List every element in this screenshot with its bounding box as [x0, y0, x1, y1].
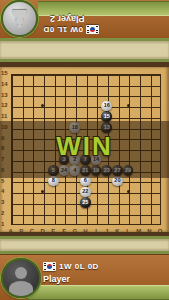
intersection-B14[interactable] — [16, 79, 27, 90]
player-bar-bottom — [28, 285, 169, 300]
win-text: WIN — [0, 131, 169, 162]
intersection-I3[interactable] — [91, 197, 102, 208]
intersection-I14[interactable] — [91, 79, 102, 90]
intersection-L13[interactable] — [123, 90, 134, 101]
intersection-D13[interactable] — [37, 90, 48, 101]
beige-strip-top — [0, 41, 169, 59]
intersection-H14[interactable] — [80, 79, 91, 90]
stone-white-22: 22 — [80, 187, 91, 198]
stone-white-16: 16 — [101, 101, 112, 112]
intersection-F14[interactable] — [59, 79, 70, 90]
intersection-O13[interactable] — [155, 90, 166, 101]
intersection-D15[interactable] — [37, 68, 48, 79]
intersection-J4[interactable] — [101, 186, 112, 197]
intersection-B3[interactable] — [16, 197, 27, 208]
intersection-C14[interactable] — [27, 79, 38, 90]
intersection-J15[interactable] — [101, 68, 112, 79]
intersection-G3[interactable] — [69, 197, 80, 208]
intersection-M12[interactable] — [133, 100, 144, 111]
intersection-K12[interactable] — [112, 100, 123, 111]
stone-black-25: 25 — [80, 197, 91, 208]
gomoku-app: 0W 1L 0D Player 2 ♟ 15141312111098765432… — [0, 0, 169, 300]
intersection-N13[interactable] — [144, 90, 155, 101]
intersection-M15[interactable] — [133, 68, 144, 79]
intersection-L14[interactable] — [123, 79, 134, 90]
intersection-F2[interactable] — [59, 208, 70, 219]
intersection-M4[interactable] — [133, 186, 144, 197]
row-label-5: 5 — [1, 178, 9, 184]
intersection-D3[interactable] — [37, 197, 48, 208]
intersection-E2[interactable] — [48, 208, 59, 219]
row-label-12: 12 — [1, 102, 9, 108]
player-top-name: Player 2 — [50, 14, 85, 24]
intersection-C13[interactable] — [27, 90, 38, 101]
avatar-top[interactable]: ♟ — [1, 0, 38, 37]
south-korea-flag-icon — [43, 262, 56, 271]
intersection-L2[interactable] — [123, 208, 134, 219]
intersection-N3[interactable] — [144, 197, 155, 208]
avatar-bottom[interactable] — [1, 258, 41, 298]
intersection-G4[interactable] — [69, 186, 80, 197]
intersection-J2[interactable] — [101, 208, 112, 219]
player-card-bottom-content: 1W 0L 0D Player — [38, 255, 169, 300]
intersection-J14[interactable] — [101, 79, 112, 90]
intersection-K3[interactable] — [112, 197, 123, 208]
intersection-F15[interactable] — [59, 68, 70, 79]
player-bottom-record: 1W 0L 0D — [59, 262, 99, 271]
player-top-record: 0W 1L 0D — [43, 25, 83, 34]
intersection-B15[interactable] — [16, 68, 27, 79]
intersection-K15[interactable] — [112, 68, 123, 79]
row-label-14: 14 — [1, 81, 9, 87]
intersection-O14[interactable] — [155, 79, 166, 90]
player-bottom-stats: 1W 0L 0D — [43, 262, 99, 271]
intersection-F12[interactable] — [59, 100, 70, 111]
player-card-bottom: 1W 0L 0D Player — [0, 254, 169, 300]
person-icon — [3, 260, 39, 296]
intersection-E13[interactable] — [48, 90, 59, 101]
intersection-C3[interactable] — [27, 197, 38, 208]
intersection-K2[interactable] — [112, 208, 123, 219]
intersection-L3[interactable] — [123, 197, 134, 208]
intersection-H15[interactable] — [80, 68, 91, 79]
player-bottom-name: Player — [43, 274, 70, 284]
intersection-M14[interactable] — [133, 79, 144, 90]
intersection-B12[interactable] — [16, 100, 27, 111]
player-top-stats: 0W 1L 0D — [43, 25, 99, 34]
intersection-H13[interactable] — [80, 90, 91, 101]
intersection-M3[interactable] — [133, 197, 144, 208]
intersection-C12[interactable] — [27, 100, 38, 111]
intersection-O4[interactable] — [155, 186, 166, 197]
south-korea-flag-icon — [86, 25, 99, 34]
intersection-I13[interactable] — [91, 90, 102, 101]
intersection-G2[interactable] — [69, 208, 80, 219]
row-label-2: 2 — [1, 210, 9, 216]
row-label-1: 1 — [1, 221, 9, 227]
player-card-top-content: 0W 1L 0D Player 2 — [38, 0, 169, 38]
intersection-B13[interactable] — [16, 90, 27, 101]
intersection-K4[interactable] — [112, 186, 123, 197]
intersection-D2[interactable] — [37, 208, 48, 219]
intersection-I2[interactable] — [91, 208, 102, 219]
intersection-H2[interactable] — [80, 208, 91, 219]
intersection-G14[interactable] — [69, 79, 80, 90]
intersection-N4[interactable] — [144, 186, 155, 197]
intersection-F4[interactable] — [59, 186, 70, 197]
row-label-11: 11 — [1, 113, 9, 119]
intersection-N14[interactable] — [144, 79, 155, 90]
row-label-13: 13 — [1, 92, 9, 98]
intersection-B2[interactable] — [16, 208, 27, 219]
intersection-E14[interactable] — [48, 79, 59, 90]
beige-strip-bottom — [0, 239, 169, 251]
intersection-C15[interactable] — [27, 68, 38, 79]
intersection-K13[interactable] — [112, 90, 123, 101]
intersection-N12[interactable] — [144, 100, 155, 111]
intersection-L15[interactable] — [123, 68, 134, 79]
intersection-E12[interactable] — [48, 100, 59, 111]
pawn-icon: ♟ — [3, 2, 36, 35]
intersection-I15[interactable] — [91, 68, 102, 79]
intersection-G13[interactable] — [69, 90, 80, 101]
intersection-C4[interactable] — [27, 186, 38, 197]
row-label-3: 3 — [1, 199, 9, 205]
intersection-M2[interactable] — [133, 208, 144, 219]
intersection-F13[interactable] — [59, 90, 70, 101]
row-label-4: 4 — [1, 188, 9, 194]
intersection-G15[interactable] — [69, 68, 80, 79]
intersection-E4[interactable] — [48, 186, 59, 197]
intersection-O12[interactable] — [155, 100, 166, 111]
intersection-O15[interactable] — [155, 68, 166, 79]
intersection-H12[interactable] — [80, 100, 91, 111]
intersection-N2[interactable] — [144, 208, 155, 219]
star-point-L4 — [127, 190, 130, 193]
intersection-O3[interactable] — [155, 197, 166, 208]
player-card-top: 0W 1L 0D Player 2 ♟ — [0, 0, 169, 39]
intersection-J13[interactable] — [101, 90, 112, 101]
star-point-L12 — [127, 104, 130, 107]
intersection-J3[interactable] — [101, 197, 112, 208]
intersection-C2[interactable] — [27, 208, 38, 219]
intersection-I4[interactable] — [91, 186, 102, 197]
intersection-B4[interactable] — [16, 186, 27, 197]
intersection-D14[interactable] — [37, 79, 48, 90]
intersection-K14[interactable] — [112, 79, 123, 90]
intersection-F3[interactable] — [59, 197, 70, 208]
intersection-G12[interactable] — [69, 100, 80, 111]
row-label-15: 15 — [1, 70, 9, 76]
intersection-E3[interactable] — [48, 197, 59, 208]
intersection-E15[interactable] — [48, 68, 59, 79]
intersection-N15[interactable] — [144, 68, 155, 79]
intersection-I12[interactable] — [91, 100, 102, 111]
intersection-M13[interactable] — [133, 90, 144, 101]
intersection-O2[interactable] — [155, 208, 166, 219]
